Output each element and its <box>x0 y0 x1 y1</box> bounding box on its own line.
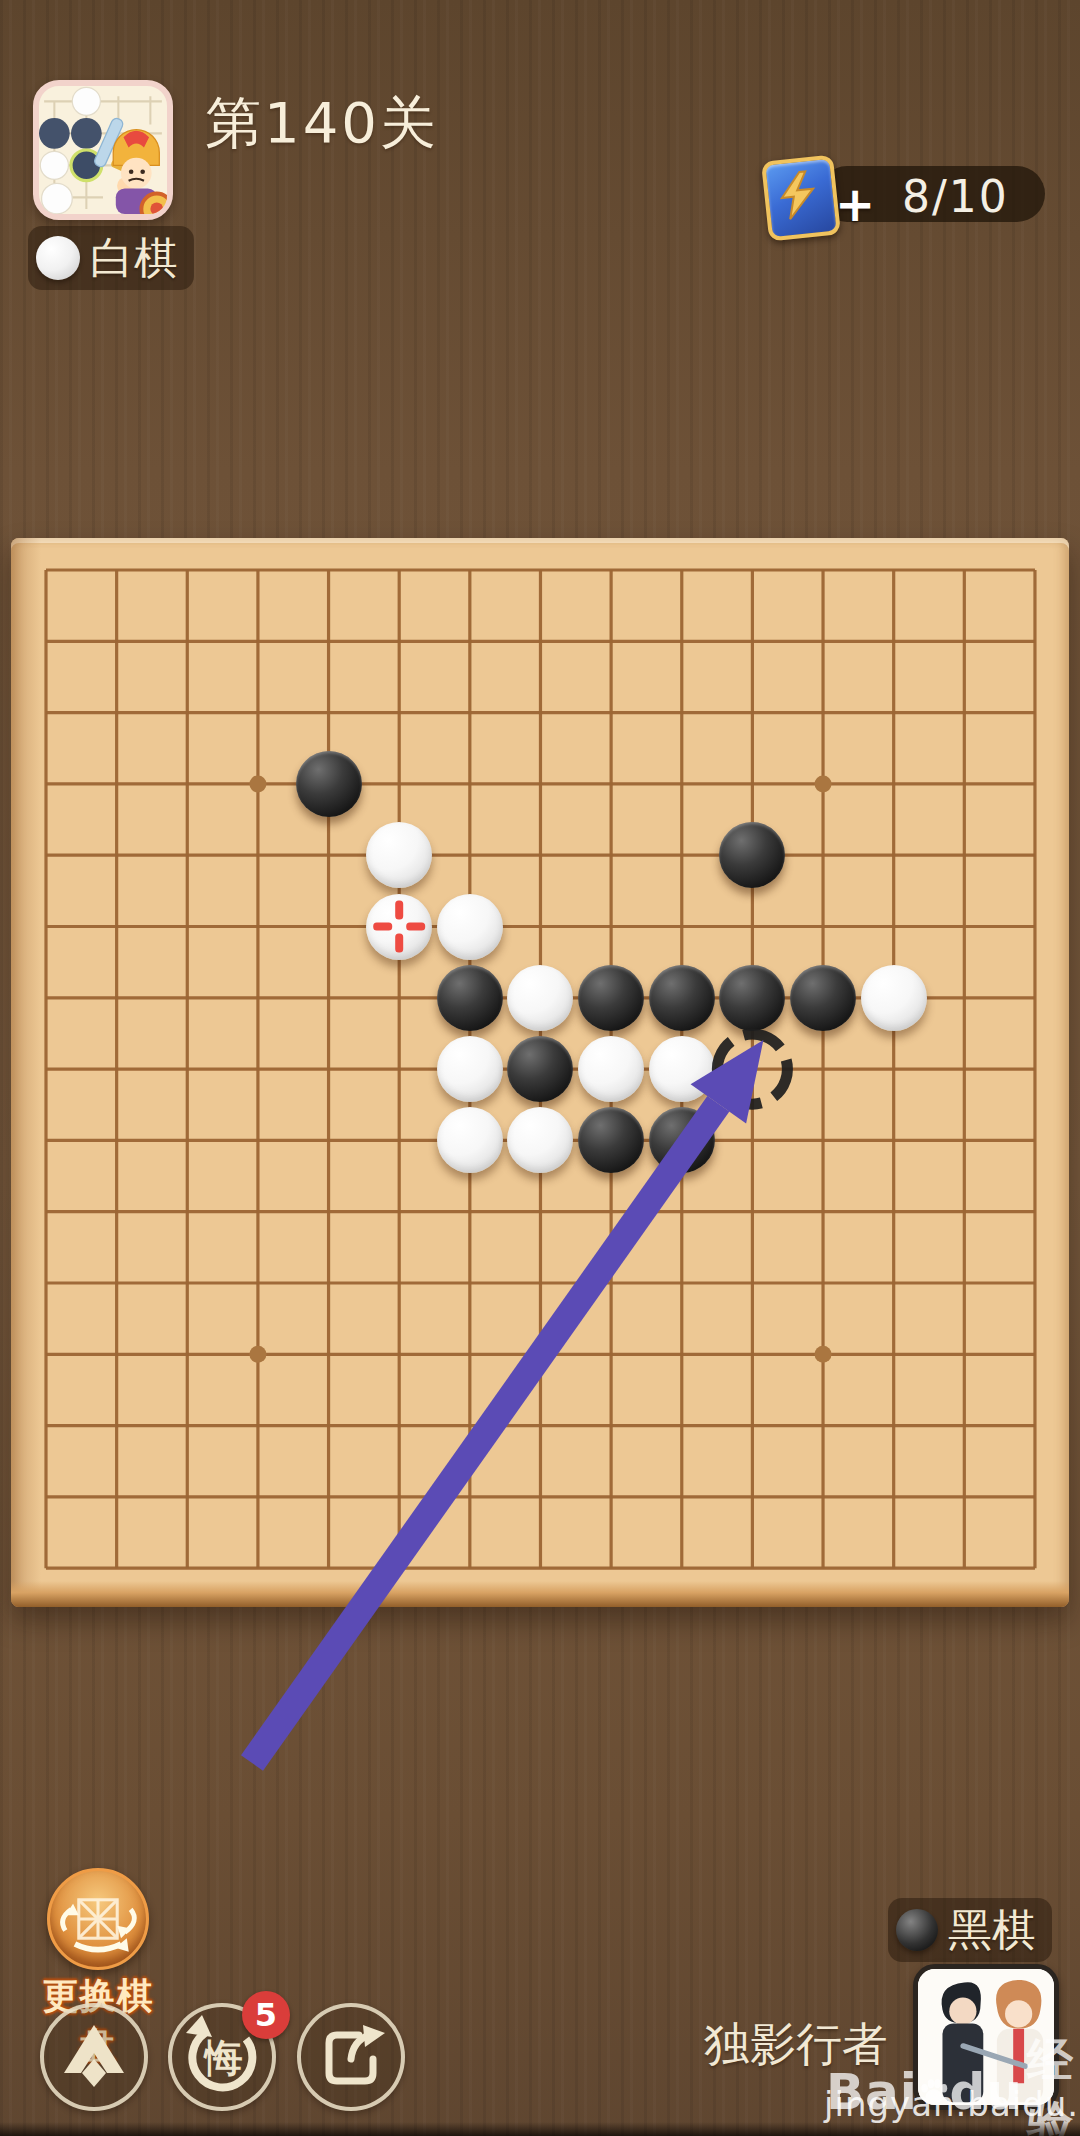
stone-black <box>649 965 715 1031</box>
stone-white <box>507 1107 573 1173</box>
stone-black <box>507 1036 573 1102</box>
stone-white <box>437 894 503 960</box>
stone-black <box>719 965 785 1031</box>
change-board-icon <box>47 1868 149 1970</box>
undo-char: 悔 <box>205 2033 243 2084</box>
stone-white <box>437 1036 503 1102</box>
level-title: 第140关 <box>205 86 439 162</box>
star-point <box>249 1346 266 1363</box>
energy-plus: + <box>835 176 875 232</box>
stone-black <box>437 965 503 1031</box>
stone-black <box>578 965 644 1031</box>
share-button[interactable] <box>297 2003 405 2111</box>
home-button[interactable] <box>40 2003 148 2111</box>
board[interactable] <box>11 538 1069 1607</box>
stone-black <box>649 1107 715 1173</box>
black-turn-pill: 黑棋 <box>888 1898 1052 1962</box>
undo-button[interactable]: 悔 5 <box>168 2003 276 2111</box>
star-point <box>249 775 266 792</box>
stone-white <box>649 1036 715 1102</box>
star-point <box>815 775 832 792</box>
stone-black <box>719 822 785 888</box>
stone-white <box>507 965 573 1031</box>
stone-black <box>296 751 362 817</box>
undo-count-badge: 5 <box>242 1991 290 2039</box>
stone-white <box>366 894 432 960</box>
energy-tile <box>761 154 841 241</box>
stone-white <box>366 822 432 888</box>
stone-white <box>861 965 927 1031</box>
white-turn-label: 白棋 <box>90 229 178 288</box>
stone-black <box>578 1107 644 1173</box>
star-point <box>815 1346 832 1363</box>
knight-character <box>93 117 167 214</box>
share-icon <box>301 2007 401 2107</box>
stone-white <box>578 1036 644 1102</box>
stone-black <box>790 965 856 1031</box>
lightning-icon <box>773 168 822 222</box>
energy-count: 8/10 <box>902 171 1009 222</box>
watermark-url: jingyan.baidu.com <box>824 2084 1080 2124</box>
home-icon <box>44 2007 144 2107</box>
white-turn-pill: 白棋 <box>28 226 194 290</box>
black-stone-icon <box>896 1909 938 1951</box>
level-avatar <box>33 80 173 220</box>
level-avatar-art <box>39 86 167 214</box>
white-stone-icon <box>36 236 80 280</box>
stone-white <box>437 1107 503 1173</box>
black-turn-label: 黑棋 <box>948 1901 1036 1960</box>
energy-counter[interactable]: 8/10 + <box>807 162 1045 224</box>
